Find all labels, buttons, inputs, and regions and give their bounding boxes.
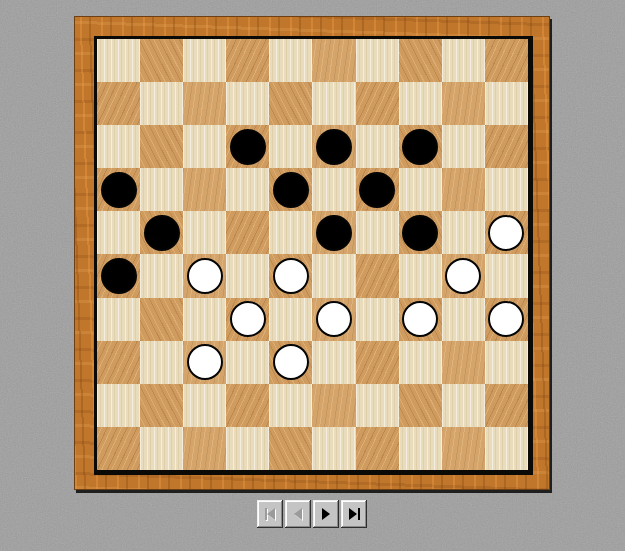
square-21[interactable] [140,211,183,254]
first-move-button[interactable] [257,500,283,528]
square-9[interactable] [356,82,399,125]
square-43[interactable] [312,384,355,427]
square-r5c9 [485,254,528,297]
white-man[interactable] [187,258,223,294]
square-r1c7 [399,82,442,125]
square-33[interactable] [312,298,355,341]
square-r8c0 [97,384,140,427]
square-34[interactable] [399,298,442,341]
square-r3c5 [312,168,355,211]
black-man[interactable] [230,129,266,165]
board-border [94,36,533,475]
square-47[interactable] [183,427,226,470]
last-move-button[interactable] [341,500,367,528]
square-4[interactable] [399,39,442,82]
square-15[interactable] [485,125,528,168]
skip-to-start-icon [262,506,278,522]
square-40[interactable] [442,341,485,384]
white-man[interactable] [187,344,223,380]
square-r4c0 [97,211,140,254]
black-man[interactable] [359,172,395,208]
black-man[interactable] [273,172,309,208]
square-14[interactable] [399,125,442,168]
step-back-icon [290,506,306,522]
square-12[interactable] [226,125,269,168]
square-r2c2 [183,125,226,168]
black-man[interactable] [402,215,438,251]
black-man[interactable] [144,215,180,251]
square-r0c8 [442,39,485,82]
replay-controls [257,500,367,528]
square-r0c6 [356,39,399,82]
black-man[interactable] [316,215,352,251]
square-5[interactable] [485,39,528,82]
square-r3c7 [399,168,442,211]
black-man[interactable] [402,129,438,165]
square-16[interactable] [97,168,140,211]
square-r0c4 [269,39,312,82]
square-r4c8 [442,211,485,254]
black-man[interactable] [316,129,352,165]
square-r6c0 [97,298,140,341]
square-r8c4 [269,384,312,427]
white-man[interactable] [316,301,352,337]
square-39[interactable] [356,341,399,384]
square-8[interactable] [269,82,312,125]
square-6[interactable] [97,82,140,125]
square-r9c3 [226,427,269,470]
square-r4c2 [183,211,226,254]
previous-move-button[interactable] [285,500,311,528]
square-13[interactable] [312,125,355,168]
square-41[interactable] [140,384,183,427]
square-r1c9 [485,82,528,125]
step-forward-icon [318,506,334,522]
board-frame [74,16,550,490]
square-28[interactable] [269,254,312,297]
square-26[interactable] [97,254,140,297]
square-r9c5 [312,427,355,470]
white-man[interactable] [273,344,309,380]
square-r3c3 [226,168,269,211]
square-r7c3 [226,341,269,384]
square-r2c4 [269,125,312,168]
square-r5c7 [399,254,442,297]
square-r7c7 [399,341,442,384]
square-r8c2 [183,384,226,427]
square-r3c9 [485,168,528,211]
square-r5c1 [140,254,183,297]
square-r6c2 [183,298,226,341]
square-r7c9 [485,341,528,384]
square-r8c8 [442,384,485,427]
white-man[interactable] [273,258,309,294]
square-r9c9 [485,427,528,470]
square-r3c1 [140,168,183,211]
square-19[interactable] [356,168,399,211]
square-35[interactable] [485,298,528,341]
square-r2c0 [97,125,140,168]
square-17[interactable] [183,168,226,211]
square-r1c5 [312,82,355,125]
board [97,39,528,470]
square-r6c8 [442,298,485,341]
square-11[interactable] [140,125,183,168]
square-r4c6 [356,211,399,254]
square-20[interactable] [442,168,485,211]
square-18[interactable] [269,168,312,211]
square-3[interactable] [312,39,355,82]
square-7[interactable] [183,82,226,125]
white-man[interactable] [230,301,266,337]
square-48[interactable] [269,427,312,470]
square-49[interactable] [356,427,399,470]
square-37[interactable] [183,341,226,384]
square-50[interactable] [442,427,485,470]
square-38[interactable] [269,341,312,384]
square-23[interactable] [312,211,355,254]
square-42[interactable] [226,384,269,427]
square-25[interactable] [485,211,528,254]
square-30[interactable] [442,254,485,297]
square-46[interactable] [97,427,140,470]
skip-to-end-icon [346,506,362,522]
square-2[interactable] [226,39,269,82]
screen [0,0,625,551]
white-man[interactable] [488,215,524,251]
square-r6c6 [356,298,399,341]
square-r5c3 [226,254,269,297]
next-move-button[interactable] [313,500,339,528]
square-r4c4 [269,211,312,254]
square-44[interactable] [399,384,442,427]
white-man[interactable] [445,258,481,294]
square-r2c8 [442,125,485,168]
square-24[interactable] [399,211,442,254]
square-r1c3 [226,82,269,125]
square-r2c6 [356,125,399,168]
black-man[interactable] [101,172,137,208]
white-man[interactable] [488,301,524,337]
square-36[interactable] [97,341,140,384]
square-r0c0 [97,39,140,82]
square-r9c1 [140,427,183,470]
square-r6c4 [269,298,312,341]
square-r1c1 [140,82,183,125]
square-r7c5 [312,341,355,384]
square-1[interactable] [140,39,183,82]
square-22[interactable] [226,211,269,254]
square-r9c7 [399,427,442,470]
white-man[interactable] [402,301,438,337]
square-r5c5 [312,254,355,297]
square-r0c2 [183,39,226,82]
square-10[interactable] [442,82,485,125]
square-45[interactable] [485,384,528,427]
square-29[interactable] [356,254,399,297]
black-man[interactable] [101,258,137,294]
square-r8c6 [356,384,399,427]
square-27[interactable] [183,254,226,297]
square-32[interactable] [226,298,269,341]
square-31[interactable] [140,298,183,341]
square-r7c1 [140,341,183,384]
